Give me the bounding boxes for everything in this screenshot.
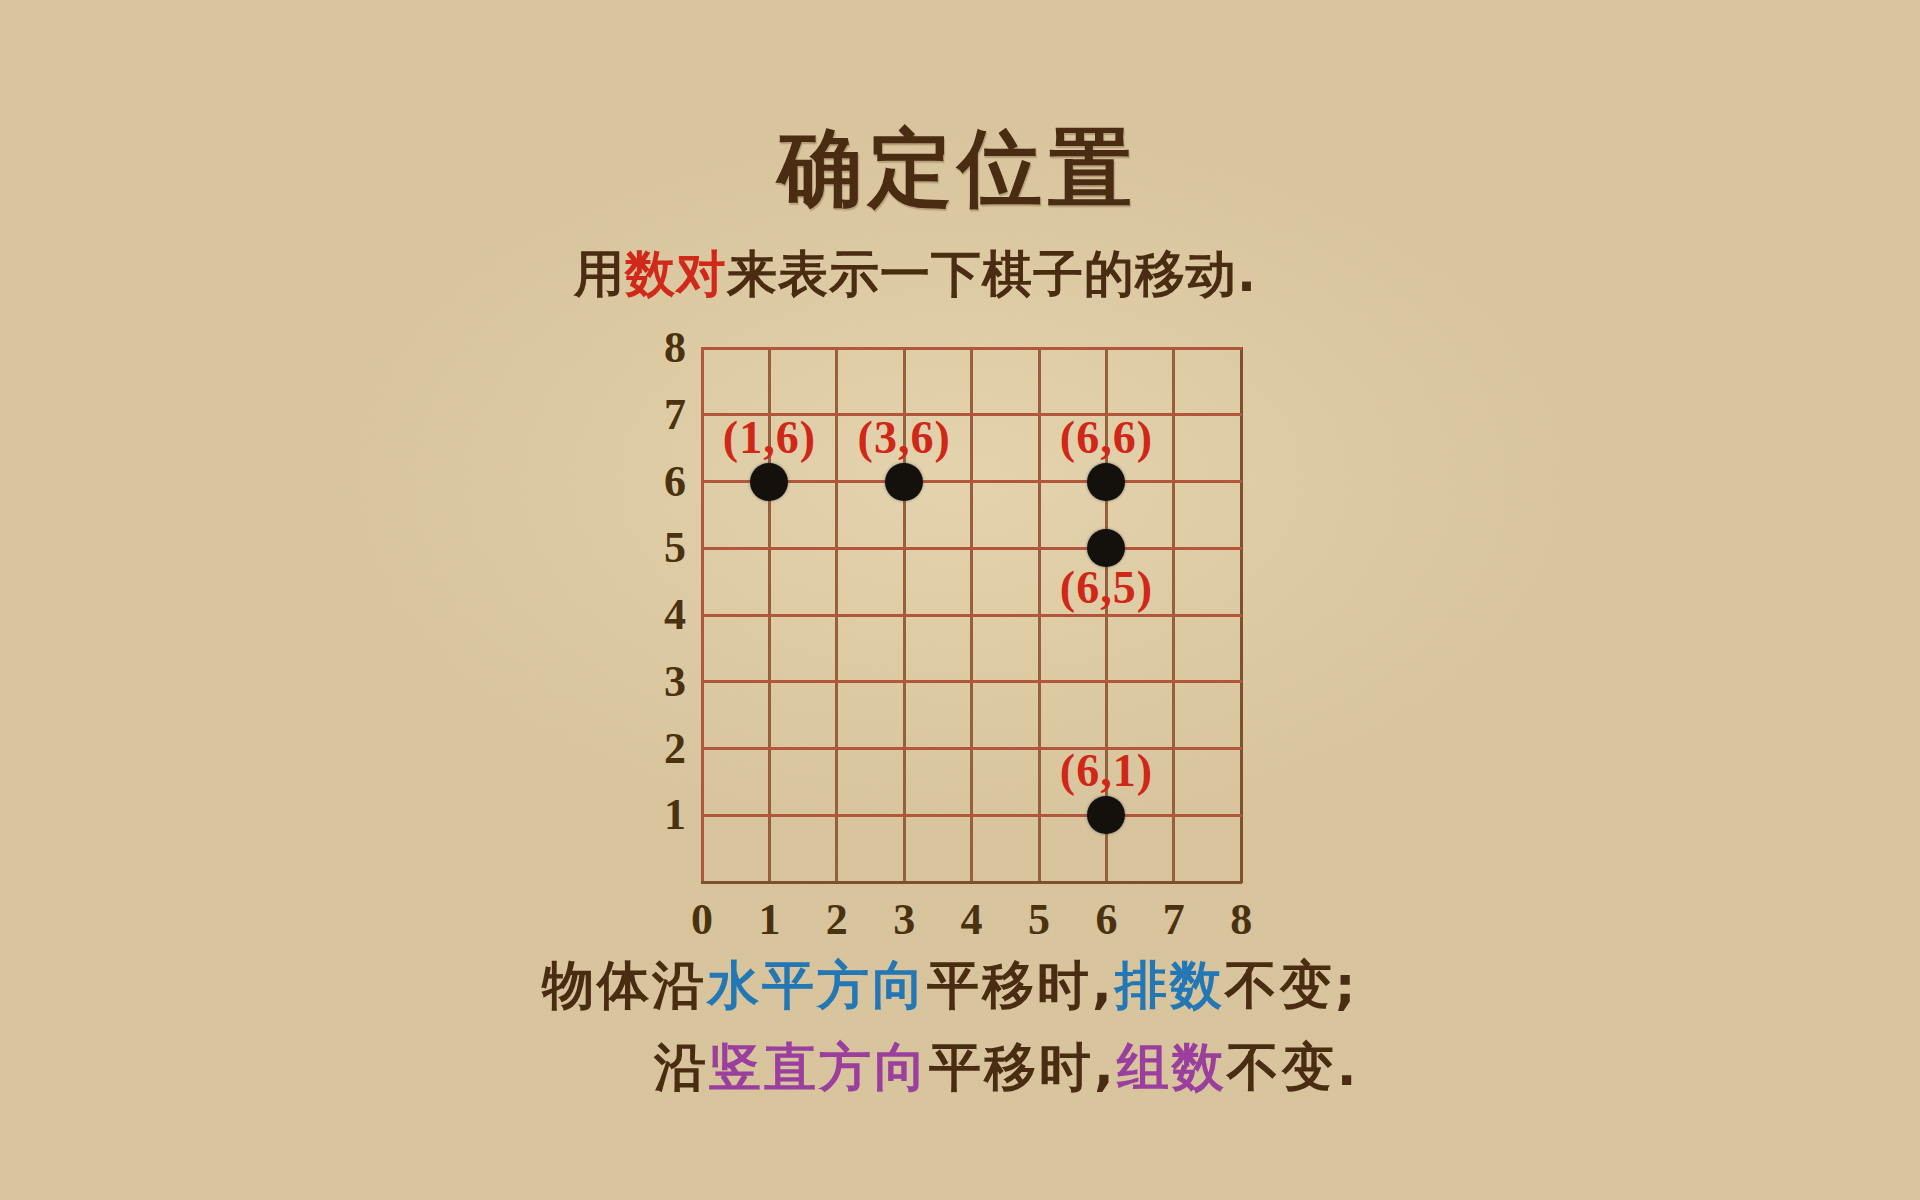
coordinate-pair-label: (6,6) xyxy=(1016,414,1196,462)
y-axis-label: 4 xyxy=(630,593,686,637)
page-title: 确定位置 xyxy=(778,122,1138,214)
x-axis-label: 4 xyxy=(942,898,1002,942)
coordinate-board: 87654321012345678(1,6)(3,6)(6,6)(6,5)(6,… xyxy=(702,348,1241,882)
y-axis-label: 3 xyxy=(630,660,686,704)
x-axis-label: 8 xyxy=(1211,898,1271,942)
text-segment-red: 数对 xyxy=(625,245,727,303)
text-segment-brown: 不变. xyxy=(1227,1037,1360,1097)
black-stone xyxy=(750,463,788,501)
text-segment-blue: 排数 xyxy=(1115,955,1225,1015)
black-stone xyxy=(885,463,923,501)
text-segment-purple: 组数 xyxy=(1117,1037,1227,1097)
y-axis-label: 5 xyxy=(630,526,686,570)
y-axis-label: 8 xyxy=(630,326,686,370)
x-axis-label: 7 xyxy=(1144,898,1204,942)
text-segment-brown: 来表示一下棋子的移动. xyxy=(727,245,1257,303)
rule-horizontal-translation: 物体沿水平方向平移时,排数不变; xyxy=(542,956,1359,1016)
y-axis-label: 7 xyxy=(630,393,686,437)
grid-line-horizontal xyxy=(701,547,1242,550)
grid-line-horizontal xyxy=(701,614,1242,617)
x-axis-label: 3 xyxy=(874,898,934,942)
rule-vertical-translation: 沿竖直方向平移时,组数不变. xyxy=(654,1038,1360,1098)
text-segment-brown: 沿 xyxy=(654,1037,709,1097)
lesson-subtitle: 用数对来表示一下棋子的移动. xyxy=(574,246,1257,304)
x-axis-label: 0 xyxy=(672,898,732,942)
text-segment-brown: 平移时, xyxy=(929,1037,1117,1097)
coordinate-pair-label: (3,6) xyxy=(814,414,994,462)
x-axis-label: 6 xyxy=(1076,898,1136,942)
text-segment-brown: 用 xyxy=(574,245,625,303)
y-axis-label: 2 xyxy=(630,727,686,771)
text-segment-purple: 竖直方向 xyxy=(709,1037,929,1097)
text-segment-blue: 水平方向 xyxy=(707,955,927,1015)
lesson-slide: { "game": "coordinate-grid piece placeme… xyxy=(0,0,1920,1200)
coordinate-pair-label: (6,1) xyxy=(1016,747,1196,795)
x-axis-label: 1 xyxy=(739,898,799,942)
text-segment-brown: 不变; xyxy=(1225,955,1359,1015)
coordinate-pair-label: (6,5) xyxy=(1016,564,1196,612)
y-axis-label: 1 xyxy=(630,793,686,837)
grid-line-horizontal xyxy=(701,814,1242,817)
text-segment-brown: 物体沿 xyxy=(542,955,707,1015)
grid-line-horizontal xyxy=(701,347,1242,350)
grid-line-horizontal xyxy=(701,680,1242,683)
grid-line-horizontal xyxy=(701,881,1242,884)
black-stone xyxy=(1087,796,1125,834)
x-axis-label: 5 xyxy=(1009,898,1069,942)
x-axis-label: 2 xyxy=(807,898,867,942)
y-axis-label: 6 xyxy=(630,460,686,504)
text-segment-brown: 平移时, xyxy=(927,955,1115,1015)
black-stone xyxy=(1087,463,1125,501)
